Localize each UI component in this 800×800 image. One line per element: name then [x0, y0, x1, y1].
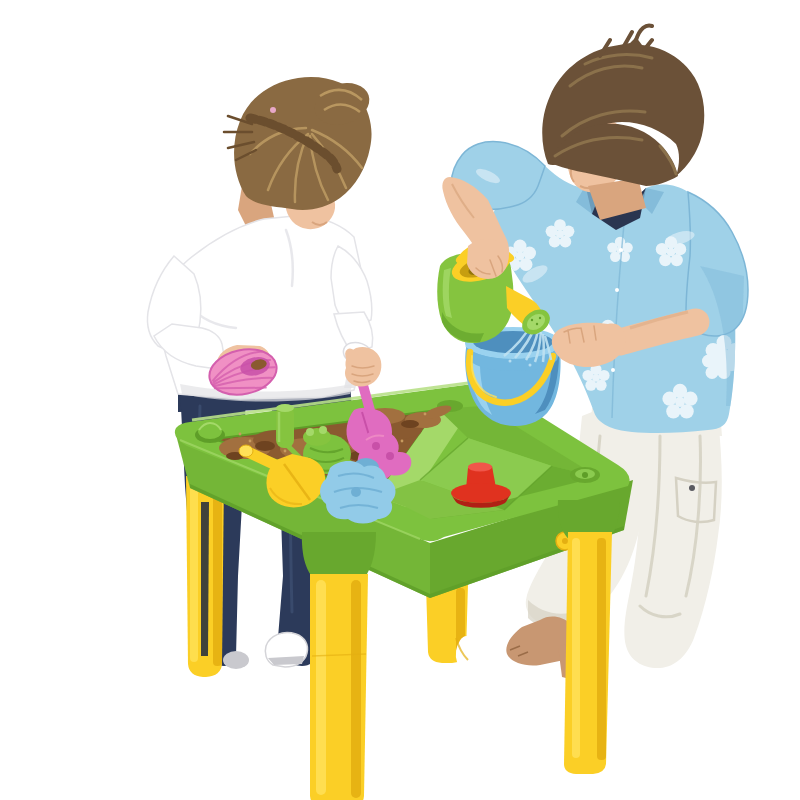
corner-recess-right — [570, 467, 600, 483]
table-leg-front — [302, 532, 376, 800]
product-photo — [40, 16, 800, 800]
boy-right-hand — [467, 239, 509, 279]
girl-hair-clip — [270, 107, 276, 113]
girl-right-shoe — [265, 633, 307, 667]
table-leg-back-left — [186, 476, 224, 677]
girl-left-shoe — [223, 651, 249, 669]
girl-right-hand — [342, 346, 381, 386]
